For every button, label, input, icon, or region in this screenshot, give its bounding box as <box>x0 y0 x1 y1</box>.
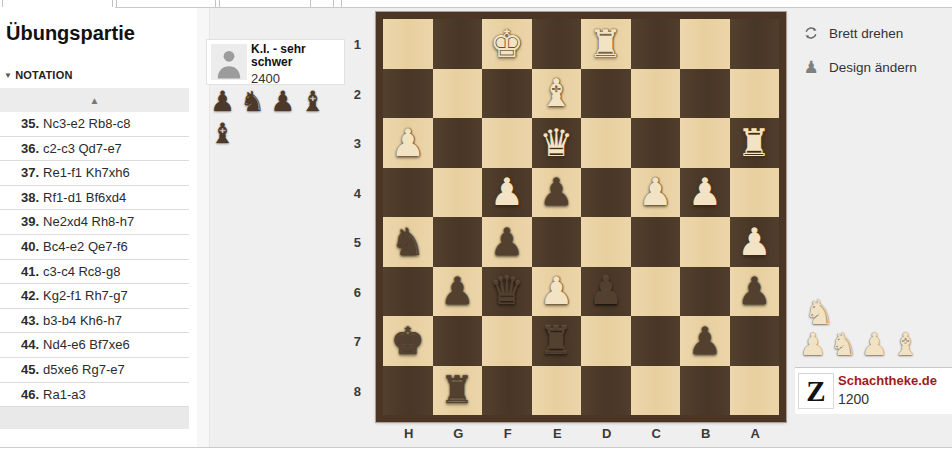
tab-separator <box>2 0 3 7</box>
square-h3[interactable]: ♟ <box>383 118 433 168</box>
square-c7[interactable] <box>631 316 681 366</box>
white-pawn-b4[interactable]: ♟ <box>680 168 730 218</box>
captured-black-bishop-icon: ♝ <box>210 120 235 148</box>
square-g5[interactable] <box>433 217 483 267</box>
file-label-h: H <box>384 424 434 444</box>
square-c3[interactable] <box>631 118 681 168</box>
bottom-divider <box>0 447 952 448</box>
tab-separator <box>333 0 334 7</box>
square-g3[interactable] <box>433 118 483 168</box>
change-design-button[interactable]: ♟ Design ändern <box>803 57 917 77</box>
white-rook-a3[interactable]: ♜ <box>730 118 780 168</box>
rank-label-7: 7 <box>344 317 368 367</box>
rank-label-4: 4 <box>344 169 368 219</box>
black-pawn-a6[interactable]: ♟ <box>730 267 780 317</box>
opponent-rating: 2400 <box>251 71 337 86</box>
move-row-40[interactable]: 40.Bc4-e2 Qe7-f6 <box>0 235 189 260</box>
square-c4[interactable]: ♟ <box>631 168 681 218</box>
person-icon <box>211 44 247 80</box>
rotate-icon <box>803 25 819 41</box>
square-e2[interactable]: ♝ <box>532 69 582 119</box>
captured-black-pawn-icon: ♟ <box>210 88 235 116</box>
square-h6[interactable] <box>383 267 433 317</box>
move-row-39[interactable]: 39.Ne2xd4 Rh8-h7 <box>0 210 189 235</box>
captured-black-bishop-icon: ♝ <box>300 88 325 116</box>
square-h4[interactable] <box>383 168 433 218</box>
opponent-player-card: K.I. - sehr schwer 2400 <box>206 39 345 85</box>
moves-scroll-up-button[interactable]: ▲ <box>0 88 189 112</box>
square-d1[interactable]: ♜ <box>581 19 631 69</box>
black-pawn-b7[interactable]: ♟ <box>680 316 730 366</box>
white-pawn-f4[interactable]: ♟ <box>482 168 532 218</box>
opponent-name: K.I. - sehr schwer <box>251 43 337 69</box>
tab-strip[interactable] <box>0 0 952 8</box>
captured-black-pieces-row1: ♟♞♟♝ <box>210 88 325 116</box>
file-labels: HGFEDCBA <box>384 424 780 444</box>
rank-labels: 12345678 <box>344 20 368 416</box>
square-b3[interactable] <box>680 118 730 168</box>
square-d4[interactable] <box>581 168 631 218</box>
file-label-c: C <box>632 424 682 444</box>
square-h2[interactable] <box>383 69 433 119</box>
square-d2[interactable] <box>581 69 631 119</box>
square-e8[interactable] <box>532 366 582 416</box>
square-h7[interactable]: ♚ <box>383 316 433 366</box>
file-label-f: F <box>483 424 533 444</box>
user-name: Schachtheke.de <box>838 373 937 388</box>
black-pawn-g6[interactable]: ♟ <box>433 267 483 317</box>
square-d8[interactable] <box>581 366 631 416</box>
captured-black-pieces-row2: ♝ <box>210 120 235 148</box>
square-d6[interactable]: ♟ <box>581 267 631 317</box>
square-g1[interactable] <box>433 19 483 69</box>
white-pawn-c4[interactable]: ♟ <box>631 168 681 218</box>
square-e1[interactable] <box>532 19 582 69</box>
white-king-f1[interactable]: ♚ <box>482 19 532 69</box>
move-row-46[interactable]: 46.Ra1-a3 <box>0 383 189 408</box>
tab-separator <box>310 0 311 7</box>
file-label-b: B <box>681 424 731 444</box>
square-c5[interactable] <box>631 217 681 267</box>
square-e4[interactable]: ♟ <box>532 168 582 218</box>
rank-label-5: 5 <box>344 218 368 268</box>
opponent-avatar <box>211 44 247 80</box>
square-d3[interactable] <box>581 118 631 168</box>
square-a3[interactable]: ♜ <box>730 118 780 168</box>
black-pawn-d6[interactable]: ♟ <box>581 267 631 317</box>
square-a1[interactable] <box>730 19 780 69</box>
notation-section-header[interactable]: ▼ NOTATION <box>4 69 73 81</box>
black-pawn-f5[interactable]: ♟ <box>482 217 532 267</box>
square-e5[interactable] <box>532 217 582 267</box>
white-bishop-e2[interactable]: ♝ <box>532 69 582 119</box>
square-a6[interactable]: ♟ <box>730 267 780 317</box>
move-row-42[interactable]: 42.Kg2-f1 Rh7-g7 <box>0 284 189 309</box>
rank-label-8: 8 <box>344 367 368 417</box>
move-row-41[interactable]: 41.c3-c4 Rc8-g8 <box>0 260 189 285</box>
notation-section-label: NOTATION <box>15 69 72 81</box>
square-h5[interactable]: ♞ <box>383 217 433 267</box>
scroll-up-icon: ▲ <box>90 95 100 106</box>
white-rook-d1[interactable]: ♜ <box>581 19 631 69</box>
square-c6[interactable] <box>631 267 681 317</box>
square-f2[interactable] <box>482 69 532 119</box>
move-list-selected-row[interactable] <box>0 407 189 429</box>
square-b6[interactable] <box>680 267 730 317</box>
rank-label-2: 2 <box>344 70 368 120</box>
square-b8[interactable] <box>680 366 730 416</box>
white-pawn-e6[interactable]: ♟ <box>532 267 582 317</box>
square-b2[interactable] <box>680 69 730 119</box>
captured-white-knight-icon: ♞ <box>804 295 834 329</box>
captured-white-pieces-row2: ♟♞♟♝ <box>799 329 919 360</box>
square-f5[interactable]: ♟ <box>482 217 532 267</box>
user-rating: 1200 <box>838 391 937 407</box>
move-row-44[interactable]: 44.Nd4-e6 Bf7xe6 <box>0 333 189 358</box>
square-a8[interactable] <box>730 366 780 416</box>
page-title: Übungspartie <box>6 22 135 45</box>
square-a4[interactable] <box>730 168 780 218</box>
file-label-e: E <box>533 424 583 444</box>
square-d5[interactable] <box>581 217 631 267</box>
square-g2[interactable] <box>433 69 483 119</box>
square-g4[interactable] <box>433 168 483 218</box>
square-g6[interactable]: ♟ <box>433 267 483 317</box>
square-b7[interactable]: ♟ <box>680 316 730 366</box>
captured-white-knight-icon: ♞ <box>830 329 858 360</box>
white-queen-e3[interactable]: ♛ <box>532 118 582 168</box>
tab-separator <box>215 0 216 7</box>
file-label-d: D <box>582 424 632 444</box>
captured-black-knight-icon: ♞ <box>240 88 265 116</box>
square-h1[interactable] <box>383 19 433 69</box>
square-d7[interactable] <box>581 316 631 366</box>
change-design-label: Design ändern <box>829 60 917 75</box>
black-knight-h5[interactable]: ♞ <box>383 217 433 267</box>
square-a2[interactable] <box>730 69 780 119</box>
square-f7[interactable] <box>482 316 532 366</box>
black-rook-e7[interactable]: ♜ <box>532 316 582 366</box>
move-list: 35.Nc3-e2 Rb8-c836.c2-c3 Qd7-e737.Re1-f1… <box>0 112 189 407</box>
black-rook-g8[interactable]: ♜ <box>433 366 483 416</box>
user-player-card: Z Schachtheke.de 1200 <box>795 367 952 414</box>
move-row-35[interactable]: 35.Nc3-e2 Rb8-c8 <box>0 112 189 137</box>
square-e6[interactable]: ♟ <box>532 267 582 317</box>
black-pawn-e4[interactable]: ♟ <box>532 168 582 218</box>
captured-white-bishop-icon: ♝ <box>891 329 919 360</box>
square-f6[interactable]: ♛ <box>482 267 532 317</box>
square-b4[interactable]: ♟ <box>680 168 730 218</box>
move-row-45[interactable]: 45.d5xe6 Rg7-e7 <box>0 358 189 383</box>
captured-white-pieces-row1: ♞ <box>804 295 834 329</box>
square-f4[interactable]: ♟ <box>482 168 532 218</box>
square-b5[interactable] <box>680 217 730 267</box>
move-row-37[interactable]: 37.Re1-f1 Kh7xh6 <box>0 161 189 186</box>
move-row-36[interactable]: 36.c2-c3 Qd7-e7 <box>0 137 189 162</box>
captured-white-pawn-icon: ♟ <box>799 329 827 360</box>
rank-label-6: 6 <box>344 268 368 318</box>
black-queen-f6[interactable]: ♛ <box>482 267 532 317</box>
move-row-38[interactable]: 38.Rf1-d1 Bf6xd4 <box>0 186 189 211</box>
square-g8[interactable]: ♜ <box>433 366 483 416</box>
user-logo: Z <box>798 373 834 409</box>
square-c2[interactable] <box>631 69 681 119</box>
chess-board[interactable]: ♚♜♝♟♛♜♟♟♟♟♞♟♟♟♛♟♟♟♚♜♟♜ <box>376 12 786 422</box>
white-pawn-h3[interactable]: ♟ <box>383 118 433 168</box>
pawn-icon: ♟ <box>803 57 819 77</box>
flip-board-button[interactable]: Brett drehen <box>803 25 903 41</box>
square-c1[interactable] <box>631 19 681 69</box>
tab-separator <box>116 0 117 7</box>
square-h8[interactable] <box>383 366 433 416</box>
square-f1[interactable]: ♚ <box>482 19 532 69</box>
square-f3[interactable] <box>482 118 532 168</box>
tab-separator <box>112 0 113 7</box>
captured-white-pawn-icon: ♟ <box>861 329 889 360</box>
square-c8[interactable] <box>631 366 681 416</box>
square-b1[interactable] <box>680 19 730 69</box>
tab-separator <box>341 0 342 7</box>
collapse-triangle-icon: ▼ <box>4 71 12 80</box>
square-a5[interactable]: ♟ <box>730 217 780 267</box>
square-e3[interactable]: ♛ <box>532 118 582 168</box>
square-e7[interactable]: ♜ <box>532 316 582 366</box>
square-g7[interactable] <box>433 316 483 366</box>
rank-label-1: 1 <box>344 20 368 70</box>
file-label-g: G <box>434 424 484 444</box>
square-f8[interactable] <box>482 366 532 416</box>
tab-separator <box>219 0 220 7</box>
move-row-43[interactable]: 43.b3-b4 Kh6-h7 <box>0 309 189 334</box>
square-a7[interactable] <box>730 316 780 366</box>
captured-black-pawn-icon: ♟ <box>270 88 295 116</box>
white-pawn-a5[interactable]: ♟ <box>730 217 780 267</box>
file-label-a: A <box>731 424 781 444</box>
black-king-h7[interactable]: ♚ <box>383 316 433 366</box>
flip-board-label: Brett drehen <box>829 26 903 41</box>
rank-label-3: 3 <box>344 119 368 169</box>
